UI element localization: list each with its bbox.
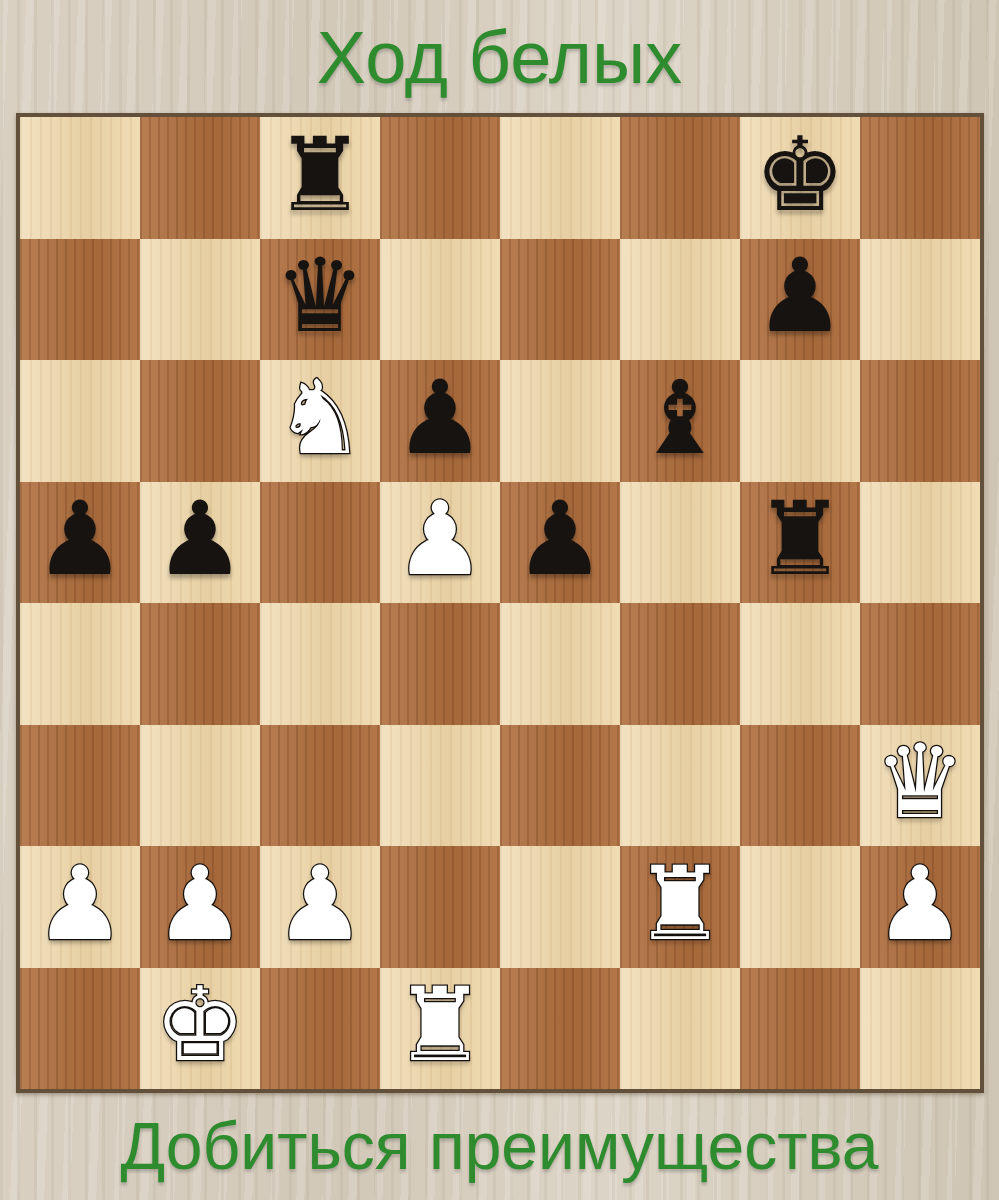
square-a8[interactable] (20, 117, 140, 239)
square-a6[interactable] (20, 360, 140, 482)
square-b2[interactable]: ♟ (140, 846, 260, 968)
piece-black-pawn: ♟ (514, 488, 605, 590)
chess-board: ♜♚♛♟♞♟♝♟♟♟♟♜♛♟♟♟♜♟♚♜ (16, 113, 984, 1093)
piece-white-rook: ♜ (634, 853, 725, 955)
piece-black-rook: ♜ (274, 124, 365, 226)
piece-white-pawn: ♟ (154, 853, 245, 955)
square-e8[interactable] (500, 117, 620, 239)
square-g8[interactable]: ♚ (740, 117, 860, 239)
square-c2[interactable]: ♟ (260, 846, 380, 968)
square-g1[interactable] (740, 968, 860, 1090)
square-h7[interactable] (860, 239, 980, 361)
square-d5[interactable]: ♟ (380, 482, 500, 604)
piece-white-pawn: ♟ (874, 853, 965, 955)
piece-black-bishop: ♝ (634, 367, 725, 469)
square-h2[interactable]: ♟ (860, 846, 980, 968)
square-a4[interactable] (20, 603, 140, 725)
square-f8[interactable] (620, 117, 740, 239)
square-g6[interactable] (740, 360, 860, 482)
square-f2[interactable]: ♜ (620, 846, 740, 968)
square-c7[interactable]: ♛ (260, 239, 380, 361)
square-b1[interactable]: ♚ (140, 968, 260, 1090)
square-c5[interactable] (260, 482, 380, 604)
square-f5[interactable] (620, 482, 740, 604)
side-to-move-title: Ход белых (0, 6, 999, 108)
square-f6[interactable]: ♝ (620, 360, 740, 482)
square-d2[interactable] (380, 846, 500, 968)
square-b7[interactable] (140, 239, 260, 361)
piece-white-queen: ♛ (874, 731, 965, 833)
square-e1[interactable] (500, 968, 620, 1090)
square-a1[interactable] (20, 968, 140, 1090)
piece-black-pawn: ♟ (754, 245, 845, 347)
piece-black-rook: ♜ (754, 488, 845, 590)
square-e2[interactable] (500, 846, 620, 968)
square-e3[interactable] (500, 725, 620, 847)
square-h3[interactable]: ♛ (860, 725, 980, 847)
square-h6[interactable] (860, 360, 980, 482)
piece-black-king: ♚ (754, 124, 845, 226)
square-a5[interactable]: ♟ (20, 482, 140, 604)
square-f7[interactable] (620, 239, 740, 361)
square-a7[interactable] (20, 239, 140, 361)
piece-black-pawn: ♟ (34, 488, 125, 590)
square-d4[interactable] (380, 603, 500, 725)
piece-white-pawn: ♟ (34, 853, 125, 955)
square-b6[interactable] (140, 360, 260, 482)
square-c6[interactable]: ♞ (260, 360, 380, 482)
square-c8[interactable]: ♜ (260, 117, 380, 239)
square-f1[interactable] (620, 968, 740, 1090)
square-d7[interactable] (380, 239, 500, 361)
piece-white-pawn: ♟ (394, 488, 485, 590)
square-f4[interactable] (620, 603, 740, 725)
square-d6[interactable]: ♟ (380, 360, 500, 482)
square-a3[interactable] (20, 725, 140, 847)
square-c3[interactable] (260, 725, 380, 847)
square-b4[interactable] (140, 603, 260, 725)
square-d8[interactable] (380, 117, 500, 239)
square-e7[interactable] (500, 239, 620, 361)
square-h1[interactable] (860, 968, 980, 1090)
square-a2[interactable]: ♟ (20, 846, 140, 968)
square-g3[interactable] (740, 725, 860, 847)
puzzle-goal-caption: Добиться преимущества (0, 1096, 999, 1196)
square-b5[interactable]: ♟ (140, 482, 260, 604)
piece-white-king: ♚ (154, 974, 245, 1076)
square-h5[interactable] (860, 482, 980, 604)
square-c1[interactable] (260, 968, 380, 1090)
square-b3[interactable] (140, 725, 260, 847)
piece-black-queen: ♛ (274, 245, 365, 347)
square-e4[interactable] (500, 603, 620, 725)
square-b8[interactable] (140, 117, 260, 239)
piece-white-pawn: ♟ (274, 853, 365, 955)
square-g5[interactable]: ♜ (740, 482, 860, 604)
square-e5[interactable]: ♟ (500, 482, 620, 604)
square-g4[interactable] (740, 603, 860, 725)
square-h4[interactable] (860, 603, 980, 725)
piece-black-pawn: ♟ (394, 367, 485, 469)
square-h8[interactable] (860, 117, 980, 239)
square-e6[interactable] (500, 360, 620, 482)
piece-white-knight: ♞ (274, 367, 365, 469)
square-d3[interactable] (380, 725, 500, 847)
piece-white-rook: ♜ (394, 974, 485, 1076)
square-d1[interactable]: ♜ (380, 968, 500, 1090)
square-f3[interactable] (620, 725, 740, 847)
square-g7[interactable]: ♟ (740, 239, 860, 361)
square-g2[interactable] (740, 846, 860, 968)
square-c4[interactable] (260, 603, 380, 725)
piece-black-pawn: ♟ (154, 488, 245, 590)
